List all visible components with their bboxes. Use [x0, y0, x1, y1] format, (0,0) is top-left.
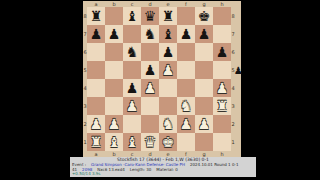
square-g3[interactable] — [195, 97, 213, 115]
video-frame: abcdefgh 87654321 ♜♝♛♜♚♟♟♞♝♟♟♞♟♟♟♟♟♟♟♟♞♜… — [0, 0, 320, 180]
square-e3[interactable] — [159, 97, 177, 115]
rating-value: 2098 — [82, 168, 92, 172]
square-c4[interactable]: ♟ — [123, 79, 141, 97]
event-link[interactable]: Grand Simpson -Caro-Kann Defense- Castle… — [91, 163, 185, 167]
square-a5[interactable] — [87, 61, 105, 79]
square-g7[interactable]: ♟ — [195, 25, 213, 43]
square-e5[interactable]: ♟ — [159, 61, 177, 79]
black-knight-c6[interactable]: ♞ — [126, 43, 139, 61]
square-b7[interactable]: ♟ — [105, 25, 123, 43]
square-f1[interactable] — [177, 133, 195, 151]
move-number: 41 — [72, 168, 77, 172]
black-rook-e8[interactable]: ♜ — [162, 7, 175, 25]
black-pawn-b7[interactable]: ♟ — [108, 25, 121, 43]
square-c6[interactable]: ♞ — [123, 43, 141, 61]
square-f2[interactable]: ♟ — [177, 115, 195, 133]
square-f5[interactable] — [177, 61, 195, 79]
square-g8[interactable]: ♚ — [195, 7, 213, 25]
square-g5[interactable] — [195, 61, 213, 79]
black-pawn-e6[interactable]: ♟ — [162, 43, 175, 61]
square-d7[interactable]: ♞ — [141, 25, 159, 43]
black-rook-a8[interactable]: ♜ — [90, 7, 103, 25]
white-knight-e2[interactable]: ♞ — [162, 115, 175, 133]
black-pawn-h6[interactable]: ♟ — [216, 43, 229, 61]
engine-eval-line: +0.50/14 3.9s — [70, 172, 256, 177]
event-label: Event : — [72, 163, 86, 167]
white-knight-f3[interactable]: ♞ — [180, 97, 193, 115]
square-f7[interactable]: ♟ — [177, 25, 195, 43]
square-h7[interactable] — [213, 25, 231, 43]
square-a4[interactable] — [87, 79, 105, 97]
square-h8[interactable] — [213, 7, 231, 25]
square-f8[interactable] — [177, 7, 195, 25]
square-c5[interactable] — [123, 61, 141, 79]
file-label-b: b — [105, 151, 123, 156]
square-e4[interactable] — [159, 79, 177, 97]
square-g4[interactable] — [195, 79, 213, 97]
black-knight-d7[interactable]: ♞ — [144, 25, 157, 43]
black-pawn-d5[interactable]: ♟ — [144, 61, 157, 79]
square-e8[interactable]: ♜ — [159, 7, 177, 25]
file-label-e: e — [159, 151, 177, 156]
square-b4[interactable] — [105, 79, 123, 97]
board-grid: ♜♝♛♜♚♟♟♞♝♟♟♞♟♟♟♟♟♟♟♟♞♜♟♟♞♟♟♜♝♝♛♚ — [87, 7, 231, 151]
square-e6[interactable]: ♟ — [159, 43, 177, 61]
square-a2[interactable]: ♟ — [87, 115, 105, 133]
square-c7[interactable] — [123, 25, 141, 43]
square-e2[interactable]: ♞ — [159, 115, 177, 133]
length-text: Length: 30 — [130, 168, 152, 172]
square-d1[interactable]: ♛ — [141, 133, 159, 151]
square-d2[interactable] — [141, 115, 159, 133]
white-queen-d1[interactable]: ♛ — [144, 133, 157, 151]
white-rook-a1[interactable]: ♜ — [90, 133, 103, 151]
white-bishop-b1[interactable]: ♝ — [108, 133, 121, 151]
square-e1[interactable]: ♚ — [159, 133, 177, 151]
chess-board: abcdefgh 87654321 ♜♝♛♜♚♟♟♞♝♟♟♞♟♟♟♟♟♟♟♟♞♜… — [83, 1, 241, 157]
moves-text: Nxc6 13.exd4 — [97, 168, 125, 172]
status-panel: Stockfish 17 (3644) - Feb 1,W (3630) 0-1… — [70, 157, 256, 177]
file-label-h: h — [213, 151, 231, 156]
black-king-g8[interactable]: ♚ — [198, 7, 211, 25]
white-rook-h3[interactable]: ♜ — [216, 97, 229, 115]
square-b1[interactable]: ♝ — [105, 133, 123, 151]
square-h5[interactable] — [213, 61, 231, 79]
black-pawn-a7[interactable]: ♟ — [90, 25, 103, 43]
square-a7[interactable]: ♟ — [87, 25, 105, 43]
file-label-c: c — [123, 151, 141, 156]
square-g1[interactable] — [195, 133, 213, 151]
square-d4[interactable]: ♟ — [141, 79, 159, 97]
square-b5[interactable] — [105, 61, 123, 79]
file-label-f: f — [177, 151, 195, 156]
white-pawn-h4[interactable]: ♟ — [216, 79, 229, 97]
square-c3[interactable]: ♟ — [123, 97, 141, 115]
square-h4[interactable]: ♟ — [213, 79, 231, 97]
square-c8[interactable]: ♝ — [123, 7, 141, 25]
black-bishop-c8[interactable]: ♝ — [126, 7, 139, 25]
square-d5[interactable]: ♟ — [141, 61, 159, 79]
file-label-a: a — [87, 151, 105, 156]
black-bishop-e7[interactable]: ♝ — [162, 25, 175, 43]
white-pawn-e5[interactable]: ♟ — [162, 61, 175, 79]
square-d3[interactable] — [141, 97, 159, 115]
square-a1[interactable]: ♜ — [87, 133, 105, 151]
square-h6[interactable]: ♟ — [213, 43, 231, 61]
square-b3[interactable] — [105, 97, 123, 115]
white-pawn-d4[interactable]: ♟ — [144, 79, 157, 97]
square-c2[interactable] — [123, 115, 141, 133]
white-pawn-g2[interactable]: ♟ — [198, 115, 211, 133]
square-b2[interactable]: ♟ — [105, 115, 123, 133]
square-h2[interactable] — [213, 115, 231, 133]
square-a8[interactable]: ♜ — [87, 7, 105, 25]
file-label-d: d — [141, 151, 159, 156]
square-b8[interactable] — [105, 7, 123, 25]
square-g2[interactable]: ♟ — [195, 115, 213, 133]
square-g6[interactable] — [195, 43, 213, 61]
board-right-border: ♟ — [231, 7, 241, 151]
white-pawn-f2[interactable]: ♟ — [180, 115, 193, 133]
white-pawn-c3[interactable]: ♟ — [126, 97, 139, 115]
white-pawn-a2[interactable]: ♟ — [90, 115, 103, 133]
square-b6[interactable] — [105, 43, 123, 61]
black-pawn-f7[interactable]: ♟ — [180, 25, 193, 43]
side-to-move-black-pawn-icon: ♟ — [234, 65, 243, 76]
black-pawn-c4[interactable]: ♟ — [126, 79, 139, 97]
square-f4[interactable] — [177, 79, 195, 97]
square-h1[interactable] — [213, 133, 231, 151]
white-bishop-c1[interactable]: ♝ — [126, 133, 139, 151]
white-king-e1[interactable]: ♚ — [162, 133, 175, 151]
square-d6[interactable] — [141, 43, 159, 61]
square-h3[interactable]: ♜ — [213, 97, 231, 115]
square-a6[interactable] — [87, 43, 105, 61]
square-e7[interactable]: ♝ — [159, 25, 177, 43]
black-queen-d8[interactable]: ♛ — [144, 7, 157, 25]
square-a3[interactable] — [87, 97, 105, 115]
square-f3[interactable]: ♞ — [177, 97, 195, 115]
file-label-g: g — [195, 151, 213, 156]
event-rest: 2024.10.01 Round 1 0-1 — [190, 163, 238, 167]
square-d8[interactable]: ♛ — [141, 7, 159, 25]
square-c1[interactable]: ♝ — [123, 133, 141, 151]
square-f6[interactable] — [177, 43, 195, 61]
file-labels-bottom: abcdefgh — [87, 151, 231, 156]
black-pawn-g7[interactable]: ♟ — [198, 25, 211, 43]
material-text: Material: 0 — [156, 168, 177, 172]
white-pawn-b2[interactable]: ♟ — [108, 115, 121, 133]
